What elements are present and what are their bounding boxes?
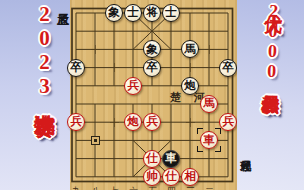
- xiangqi-board[interactable]: 楚 河 漢 界 象士将士象馬卒卒卒炮車兵馬兵炮兵兵車仕帅仕相九八七六五四三二一: [70, 0, 237, 190]
- piece-red-pawn[interactable]: 兵: [124, 77, 142, 95]
- event-title: 2023世锦赛决赛: [33, 2, 55, 98]
- result-caption: 大优2000分居然和棋: [262, 1, 283, 82]
- video-thumbnail: 2023世锦赛决赛 孟辰 楚 河 漢 界 象士将士象馬卒卒卒炮車兵馬兵炮兵兵車仕…: [0, 0, 304, 190]
- last-move-from-marker: [91, 136, 100, 145]
- file-label: 五: [148, 185, 157, 190]
- piece-red-advisor[interactable]: 仕: [162, 168, 180, 186]
- file-label: 六: [129, 185, 138, 190]
- piece-black-cannon[interactable]: 炮: [181, 77, 199, 95]
- file-label: 二: [205, 185, 214, 190]
- right-caption-banner: 大优2000分居然和棋 赖理兄: [237, 0, 304, 190]
- piece-black-advisor[interactable]: 士: [162, 4, 180, 22]
- file-label: 七: [110, 185, 119, 190]
- piece-black-general[interactable]: 将: [143, 4, 161, 22]
- piece-red-elephant[interactable]: 相: [181, 168, 199, 186]
- file-label: 一: [224, 185, 233, 190]
- piece-red-advisor[interactable]: 仕: [143, 150, 161, 168]
- piece-black-advisor[interactable]: 士: [124, 4, 142, 22]
- piece-red-horse[interactable]: 馬: [200, 95, 218, 113]
- piece-black-pawn[interactable]: 卒: [219, 59, 237, 77]
- file-label: 八: [91, 185, 100, 190]
- piece-black-elephant[interactable]: 象: [105, 4, 123, 22]
- file-label: 四: [167, 185, 176, 190]
- piece-black-chariot[interactable]: 車: [162, 150, 180, 168]
- piece-black-pawn[interactable]: 卒: [67, 59, 85, 77]
- piece-black-pawn[interactable]: 卒: [143, 59, 161, 77]
- piece-red-king[interactable]: 帅: [143, 168, 161, 186]
- file-label: 九: [72, 185, 81, 190]
- file-label: 三: [186, 185, 195, 190]
- left-caption-banner: 2023世锦赛决赛 孟辰: [0, 0, 70, 190]
